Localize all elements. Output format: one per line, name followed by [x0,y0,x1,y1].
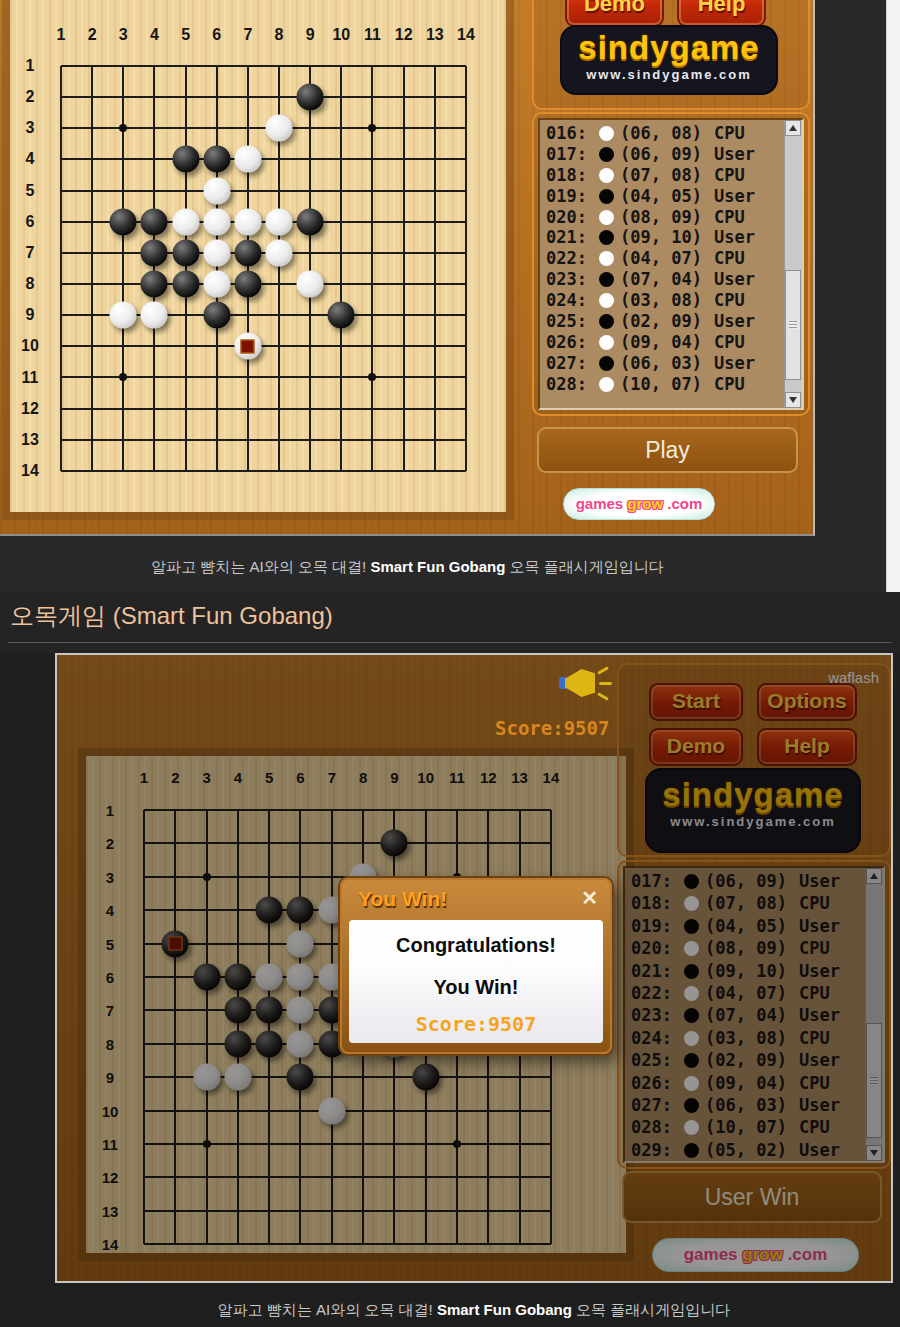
board-cell[interactable] [77,300,108,331]
move-row: 021:(09, 10)User [540,227,802,248]
board-cell[interactable] [45,82,76,113]
board-cell[interactable] [77,237,108,268]
speaker-icon[interactable] [559,663,611,705]
dialog-line1: Congratulations! [349,934,603,957]
row-label: 2 [26,88,35,106]
board-cell[interactable] [139,237,170,268]
board-cell[interactable] [139,393,170,424]
move-position: (07, 04) [620,269,702,289]
board-cell[interactable] [77,424,108,455]
move-player: CPU [714,248,745,268]
white-stone-icon [599,251,614,266]
board-cell[interactable] [450,424,481,455]
board-cell[interactable] [263,175,294,206]
move-number: 017: [546,144,587,164]
board-cell[interactable] [357,144,388,175]
board-cell[interactable] [232,455,263,486]
board-cell[interactable] [45,393,76,424]
board-cell[interactable] [450,237,481,268]
board-cell[interactable] [326,393,357,424]
row-label: 11 [22,369,39,387]
move-row: 017:(06, 09)User [540,144,802,165]
board-cell[interactable] [263,300,294,331]
board-cell[interactable] [232,300,263,331]
board-cell[interactable] [419,300,450,331]
board-cell[interactable] [419,424,450,455]
board-cell[interactable] [419,175,450,206]
move-number: 022: [546,248,587,268]
board-cell[interactable] [295,82,326,113]
board-cell[interactable] [77,331,108,362]
board-cell[interactable] [170,175,201,206]
board-cell[interactable] [295,175,326,206]
board-cell[interactable] [77,50,108,81]
move-position: (07, 08) [620,165,702,185]
move-row: 018:(07, 08)CPU [540,165,802,186]
board-cell[interactable] [419,237,450,268]
dialog-line2: You Win! [349,976,603,999]
board-cell[interactable] [263,393,294,424]
logo-text: sindygame [562,29,776,67]
board-cell[interactable] [170,50,201,81]
move-number: 021: [546,227,587,247]
board-cell[interactable] [357,237,388,268]
star-point [119,124,127,132]
black-stone [234,239,261,266]
board-cell[interactable] [295,424,326,455]
board-cell[interactable] [326,175,357,206]
board-cell[interactable] [419,455,450,486]
board-cell[interactable] [139,144,170,175]
board-cell[interactable] [108,237,139,268]
board-cell[interactable] [450,362,481,393]
board-cell[interactable] [295,113,326,144]
board-cell[interactable] [45,144,76,175]
board-cell[interactable] [201,237,232,268]
board-cell[interactable] [139,362,170,393]
col-label: 9 [306,26,315,44]
board-cell[interactable] [170,144,201,175]
board-cell[interactable] [201,113,232,144]
board-cell[interactable] [232,113,263,144]
move-position: (10, 07) [620,374,702,394]
board-cell[interactable] [170,237,201,268]
board-cell[interactable] [263,455,294,486]
board-cell[interactable] [326,268,357,299]
board-cell[interactable] [326,362,357,393]
board-cell[interactable] [45,362,76,393]
board-cell[interactable] [263,268,294,299]
move-number: 024: [546,290,587,310]
board-cell[interactable] [232,206,263,237]
gobang-flash-embed-1: 12345678910111213141234567891011121314 D… [0,0,815,536]
board-cell[interactable] [263,82,294,113]
page-scroll-gutter[interactable] [886,0,900,592]
col-label: 7 [243,26,252,44]
white-stone-icon [599,210,614,225]
board-cell[interactable] [295,393,326,424]
board-cell[interactable] [419,362,450,393]
move-row: 024:(03, 08)CPU [540,290,802,311]
black-stone [172,239,199,266]
board-cell[interactable] [170,331,201,362]
move-number: 025: [546,311,587,331]
board-cell[interactable] [450,206,481,237]
board-cell[interactable] [263,331,294,362]
board-cell[interactable] [201,331,232,362]
board-cell[interactable] [357,331,388,362]
board-cell[interactable] [108,82,139,113]
row-label: 12 [21,400,39,418]
board-cell[interactable] [388,237,419,268]
board-cell[interactable] [45,268,76,299]
board-cell[interactable] [77,175,108,206]
board-cell[interactable] [139,82,170,113]
black-stone-icon [599,189,614,204]
badge-text: games [576,495,624,512]
move-player: CPU [714,374,745,394]
board-cell[interactable] [201,362,232,393]
move-number: 016: [546,123,587,143]
white-stone [203,239,230,266]
white-stone [110,302,137,329]
last-move-marker [241,339,255,353]
board-cell[interactable] [139,424,170,455]
gobang-flash-embed-2: 12345678910111213141234567891011121314 w… [55,653,893,1283]
board-cell[interactable] [263,362,294,393]
board-cell[interactable] [108,268,139,299]
board-cell[interactable] [388,268,419,299]
board-cell[interactable] [45,175,76,206]
board-cell[interactable] [388,393,419,424]
board-cell[interactable] [388,455,419,486]
board-cell[interactable] [139,175,170,206]
board-cell[interactable] [450,268,481,299]
board-cell[interactable] [201,206,232,237]
board-cell[interactable] [388,82,419,113]
move-row: 026:(09, 04)CPU [540,332,802,353]
board-cell[interactable] [77,393,108,424]
board-cell[interactable] [263,424,294,455]
help-button[interactable]: Help [677,0,766,27]
board-cell[interactable] [170,362,201,393]
board-cell[interactable] [450,393,481,424]
top-section: 12345678910111213141234567891011121314 D… [0,0,900,592]
you-win-dialog: You Win! ✕ Congratulations! You Win! Sco… [340,878,612,1054]
black-stone-icon [599,147,614,162]
board-cell[interactable] [388,206,419,237]
play-button[interactable]: Play [537,427,798,473]
board-cell[interactable] [263,144,294,175]
board-cell[interactable] [45,206,76,237]
black-stone [234,270,261,297]
board-cell[interactable] [232,175,263,206]
board-cell[interactable] [45,331,76,362]
board-cell[interactable] [357,206,388,237]
row-label: 3 [26,119,35,137]
board-cell[interactable] [419,331,450,362]
divider [8,642,892,643]
board-cell[interactable] [108,175,139,206]
board-cell[interactable] [450,113,481,144]
star-point [119,373,127,381]
board-cell[interactable] [295,50,326,81]
board-cell[interactable] [170,455,201,486]
board-cell[interactable] [232,268,263,299]
board-cell[interactable] [77,268,108,299]
board-cell[interactable] [201,175,232,206]
move-number: 028: [546,374,587,394]
move-row: 023:(07, 04)User [540,269,802,290]
board-cell[interactable] [419,82,450,113]
board-cell[interactable] [419,206,450,237]
board-cell[interactable] [45,113,76,144]
col-label: 5 [181,26,190,44]
move-number: 020: [546,207,587,227]
board-cell[interactable] [419,50,450,81]
board-cell[interactable] [232,82,263,113]
board-cell[interactable] [139,206,170,237]
board-cell[interactable] [357,455,388,486]
board-cell[interactable] [326,82,357,113]
board-cell[interactable] [388,300,419,331]
board-cell[interactable] [45,237,76,268]
col-label: 3 [119,26,128,44]
board-cell[interactable] [201,268,232,299]
board-cell[interactable] [170,268,201,299]
board-cell[interactable] [170,206,201,237]
col-label: 12 [395,26,413,44]
move-number: 023: [546,269,587,289]
board-cell[interactable] [77,82,108,113]
close-icon[interactable]: ✕ [581,886,598,910]
move-row: 025:(02, 09)User [540,311,802,332]
board-cell[interactable] [388,362,419,393]
demo-button[interactable]: Demo [565,0,664,27]
board-cell[interactable] [77,455,108,486]
board-cell[interactable] [450,331,481,362]
board-cell[interactable] [450,455,481,486]
board-cell[interactable] [388,175,419,206]
board-cell[interactable] [295,300,326,331]
board-cell[interactable] [108,362,139,393]
sindygame-logo: sindygame www.sindygame.com [562,27,776,93]
row-label: 6 [26,213,35,231]
move-position: (08, 09) [620,207,702,227]
board-cell[interactable] [170,424,201,455]
row-label: 14 [21,462,39,480]
board-cell[interactable] [170,113,201,144]
board-cell[interactable] [295,206,326,237]
board-cell[interactable] [357,424,388,455]
board-cell[interactable] [108,331,139,362]
board-cell[interactable] [77,113,108,144]
board-cell[interactable] [357,300,388,331]
board-cell[interactable] [108,455,139,486]
board-cell[interactable] [419,144,450,175]
board-cell[interactable] [295,268,326,299]
board-cell[interactable] [170,82,201,113]
move-position: (09, 10) [620,227,702,247]
board-cell[interactable] [232,424,263,455]
board-cell[interactable] [108,206,139,237]
board-cell[interactable] [232,50,263,81]
board-cell[interactable] [357,268,388,299]
board-cell[interactable] [108,300,139,331]
board-cell[interactable] [170,300,201,331]
board-cell[interactable] [388,113,419,144]
board-cell[interactable] [263,113,294,144]
board-cell[interactable] [450,300,481,331]
board-cell[interactable] [295,362,326,393]
white-stone-icon [599,293,614,308]
page-title: 오목게임 (Smart Fun Gobang) [0,592,900,632]
board-cell[interactable] [45,50,76,81]
board-cell[interactable] [232,144,263,175]
bottom-section: 12345678910111213141234567891011121314 w… [0,653,900,1327]
black-stone [203,146,230,173]
board-cell[interactable] [326,424,357,455]
white-stone [203,177,230,204]
move-position: (03, 08) [620,290,702,310]
board-cell[interactable] [232,331,263,362]
board-cell[interactable] [450,82,481,113]
board-cell[interactable] [326,113,357,144]
board-cell[interactable] [295,331,326,362]
board-cell[interactable] [357,50,388,81]
board-cell[interactable] [139,50,170,81]
board-cell[interactable] [357,82,388,113]
black-stone-icon [599,314,614,329]
board-cell[interactable] [201,144,232,175]
board-cell[interactable] [419,393,450,424]
black-stone-icon [599,272,614,287]
board-cell[interactable] [45,455,76,486]
black-stone [328,302,355,329]
row-label: 13 [21,431,39,449]
board-cell[interactable] [170,393,201,424]
board-cell[interactable] [388,50,419,81]
board-cell[interactable] [201,50,232,81]
board-cell[interactable] [77,144,108,175]
white-stone [265,115,292,142]
board-cell[interactable] [232,237,263,268]
board-cell[interactable] [326,144,357,175]
board-cell[interactable] [295,237,326,268]
board-cell[interactable] [201,455,232,486]
black-stone-icon [599,230,614,245]
gamesgrow-badge[interactable]: games grow .com [563,488,715,520]
board-cell[interactable] [450,175,481,206]
col-label: 1 [57,26,66,44]
board-cell[interactable] [201,424,232,455]
board-cell[interactable] [201,393,232,424]
dialog-score: Score:9507 [349,1012,603,1036]
move-player: CPU [714,123,745,143]
black-stone [203,302,230,329]
black-stone [110,208,137,235]
move-position: (09, 04) [620,332,702,352]
board-cell[interactable] [201,82,232,113]
board-cell[interactable] [388,331,419,362]
board-cell[interactable] [232,362,263,393]
board-cell[interactable] [326,455,357,486]
white-stone [234,208,261,235]
board-cell[interactable] [139,300,170,331]
board-cell[interactable] [77,362,108,393]
move-player: User [714,269,755,289]
board-cell[interactable] [139,268,170,299]
move-position: (04, 05) [620,186,702,206]
move-player: CPU [714,165,745,185]
board-cell[interactable] [357,113,388,144]
board-cell[interactable] [232,393,263,424]
white-stone [265,208,292,235]
white-stone [297,270,324,297]
board-cell[interactable] [263,50,294,81]
move-player: User [714,353,755,373]
board-cell[interactable] [108,393,139,424]
board-cell[interactable] [326,50,357,81]
col-label: 10 [332,26,350,44]
dialog-title: You Win! [358,887,447,911]
board-cell[interactable] [45,424,76,455]
move-position: (02, 09) [620,311,702,331]
board-cell[interactable] [108,50,139,81]
dialog-body: Congratulations! You Win! Score:9507 [349,920,603,1043]
board-cell[interactable] [419,268,450,299]
board-cell[interactable] [326,300,357,331]
board-cell[interactable] [139,113,170,144]
black-stone-icon [599,356,614,371]
board-cell[interactable] [108,144,139,175]
board-cell[interactable] [357,362,388,393]
board-cell[interactable] [77,206,108,237]
board-cell[interactable] [326,237,357,268]
col-label: 14 [457,26,475,44]
board-cell[interactable] [108,113,139,144]
black-stone [141,239,168,266]
board-cell[interactable] [419,113,450,144]
board-cell[interactable] [357,175,388,206]
board-cell[interactable] [45,300,76,331]
board-cell[interactable] [450,144,481,175]
board-cell[interactable] [326,206,357,237]
board-cell[interactable] [388,144,419,175]
black-stone [297,84,324,111]
board-cell[interactable] [108,424,139,455]
board-cell[interactable] [450,50,481,81]
board-cell[interactable] [295,144,326,175]
board-cell[interactable] [139,455,170,486]
board-cell[interactable] [295,455,326,486]
board-cell[interactable] [326,331,357,362]
board-cell[interactable] [139,331,170,362]
board-cell[interactable] [388,424,419,455]
row-label: 9 [26,306,35,324]
page: 12345678910111213141234567891011121314 D… [0,0,900,1327]
board-cell[interactable] [263,206,294,237]
col-label: 11 [364,26,381,44]
board-cell[interactable] [357,393,388,424]
white-stone [265,239,292,266]
white-stone [141,302,168,329]
board-cell[interactable] [263,237,294,268]
col-label: 13 [426,26,444,44]
board-cell[interactable] [201,300,232,331]
black-stone [141,270,168,297]
move-number: 027: [546,353,587,373]
